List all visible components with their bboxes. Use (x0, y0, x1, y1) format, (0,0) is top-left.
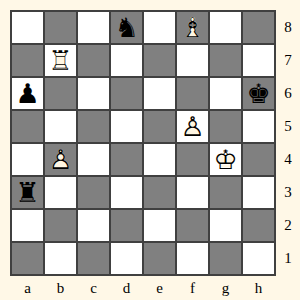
square-a3[interactable]: ♜ (12, 177, 43, 208)
square-d2[interactable] (111, 210, 142, 241)
file-label-g: g (210, 276, 241, 300)
square-a4[interactable] (12, 144, 43, 175)
square-c2[interactable] (78, 210, 109, 241)
square-a2[interactable] (12, 210, 43, 241)
square-e1[interactable] (144, 243, 175, 274)
square-g2[interactable] (210, 210, 241, 241)
file-label-a: a (12, 276, 43, 300)
square-g3[interactable] (210, 177, 241, 208)
square-c1[interactable] (78, 243, 109, 274)
square-f3[interactable] (177, 177, 208, 208)
rank-label-5: 5 (276, 111, 300, 142)
square-c8[interactable] (78, 12, 109, 43)
square-d8[interactable]: ♞ (111, 12, 142, 43)
square-h6[interactable]: ♚ (243, 78, 274, 109)
square-g6[interactable] (210, 78, 241, 109)
file-label-f: f (177, 276, 208, 300)
file-labels: abcdefgh (12, 276, 274, 300)
square-a6[interactable]: ♟ (12, 78, 43, 109)
piece-white-rook[interactable]: ♜♖ (45, 45, 76, 76)
square-g4[interactable]: ♚♔ (210, 144, 241, 175)
square-f5[interactable]: ♟♙ (177, 111, 208, 142)
white-king-outline-glyph: ♔ (213, 145, 237, 172)
square-h2[interactable] (243, 210, 274, 241)
square-b1[interactable] (45, 243, 76, 274)
black-rook-glyph: ♜ (15, 178, 39, 205)
square-d5[interactable] (111, 111, 142, 142)
square-a5[interactable] (12, 111, 43, 142)
square-a7[interactable] (12, 45, 43, 76)
white-rook-outline-glyph: ♖ (48, 46, 72, 73)
chess-diagram: ♞♝♗♜♖♟♚♟♙♟♙♚♔♜ 87654321 abcdefgh (0, 0, 300, 300)
square-f4[interactable] (177, 144, 208, 175)
square-b6[interactable] (45, 78, 76, 109)
rank-labels: 87654321 (276, 12, 300, 274)
square-d7[interactable] (111, 45, 142, 76)
square-b8[interactable] (45, 12, 76, 43)
square-c3[interactable] (78, 177, 109, 208)
square-b2[interactable] (45, 210, 76, 241)
black-knight-glyph: ♞ (114, 13, 138, 40)
square-d6[interactable] (111, 78, 142, 109)
file-label-c: c (78, 276, 109, 300)
square-f7[interactable] (177, 45, 208, 76)
piece-white-bishop[interactable]: ♝♗ (177, 12, 208, 43)
square-e7[interactable] (144, 45, 175, 76)
square-b5[interactable] (45, 111, 76, 142)
square-d1[interactable] (111, 243, 142, 274)
file-label-d: d (111, 276, 142, 300)
square-e6[interactable] (144, 78, 175, 109)
square-h8[interactable] (243, 12, 274, 43)
rank-label-8: 8 (276, 12, 300, 43)
square-a8[interactable] (12, 12, 43, 43)
file-label-b: b (45, 276, 76, 300)
white-bishop-outline-glyph: ♗ (180, 13, 204, 40)
square-d3[interactable] (111, 177, 142, 208)
chess-board: ♞♝♗♜♖♟♚♟♙♟♙♚♔♜ (10, 10, 276, 276)
rank-label-4: 4 (276, 144, 300, 175)
square-a1[interactable] (12, 243, 43, 274)
square-e8[interactable] (144, 12, 175, 43)
rank-label-7: 7 (276, 45, 300, 76)
rank-label-6: 6 (276, 78, 300, 109)
black-pawn-glyph: ♟ (15, 79, 39, 106)
square-b7[interactable]: ♜♖ (45, 45, 76, 76)
piece-white-king[interactable]: ♚♔ (210, 144, 241, 175)
square-f8[interactable]: ♝♗ (177, 12, 208, 43)
piece-black-king[interactable]: ♚ (243, 78, 274, 109)
square-c5[interactable] (78, 111, 109, 142)
white-pawn-outline-glyph: ♙ (48, 145, 72, 172)
black-king-glyph: ♚ (246, 79, 270, 106)
square-g7[interactable] (210, 45, 241, 76)
rank-label-1: 1 (276, 243, 300, 274)
square-e2[interactable] (144, 210, 175, 241)
square-d4[interactable] (111, 144, 142, 175)
square-c6[interactable] (78, 78, 109, 109)
square-e5[interactable] (144, 111, 175, 142)
rank-label-3: 3 (276, 177, 300, 208)
piece-black-knight[interactable]: ♞ (111, 12, 142, 43)
square-h5[interactable] (243, 111, 274, 142)
square-b3[interactable] (45, 177, 76, 208)
square-g5[interactable] (210, 111, 241, 142)
square-e4[interactable] (144, 144, 175, 175)
square-f2[interactable] (177, 210, 208, 241)
piece-black-rook[interactable]: ♜ (12, 177, 43, 208)
piece-white-pawn[interactable]: ♟♙ (45, 144, 76, 175)
square-b4[interactable]: ♟♙ (45, 144, 76, 175)
square-g8[interactable] (210, 12, 241, 43)
square-c4[interactable] (78, 144, 109, 175)
square-g1[interactable] (210, 243, 241, 274)
square-h7[interactable] (243, 45, 274, 76)
rank-label-2: 2 (276, 210, 300, 241)
square-e3[interactable] (144, 177, 175, 208)
file-label-e: e (144, 276, 175, 300)
piece-black-pawn[interactable]: ♟ (12, 78, 43, 109)
square-f1[interactable] (177, 243, 208, 274)
square-h3[interactable] (243, 177, 274, 208)
square-f6[interactable] (177, 78, 208, 109)
square-c7[interactable] (78, 45, 109, 76)
white-pawn-outline-glyph: ♙ (180, 112, 204, 139)
file-label-h: h (243, 276, 274, 300)
square-h1[interactable] (243, 243, 274, 274)
square-h4[interactable] (243, 144, 274, 175)
piece-white-pawn[interactable]: ♟♙ (177, 111, 208, 142)
